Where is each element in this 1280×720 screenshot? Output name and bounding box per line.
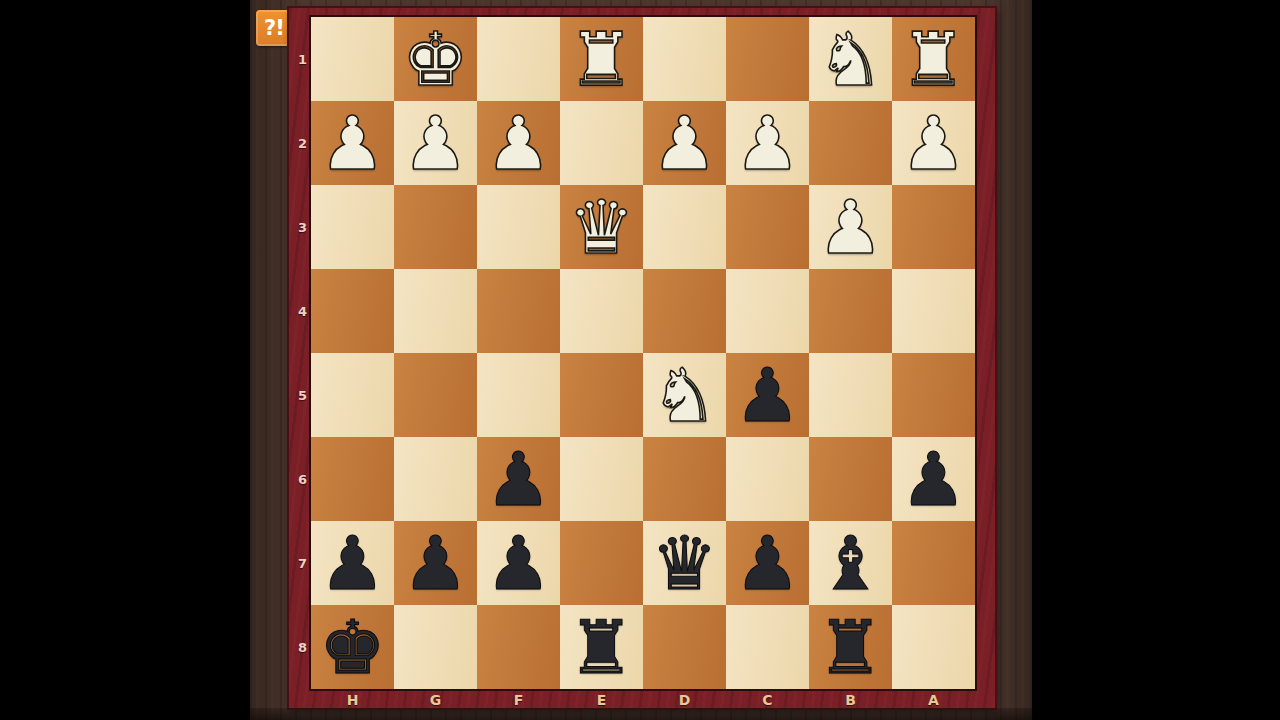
rank-label-6: 6 xyxy=(289,437,311,521)
square-c1[interactable] xyxy=(726,17,809,101)
square-g7[interactable]: ♟ xyxy=(394,521,477,605)
square-f4[interactable] xyxy=(477,269,560,353)
move-quality-badge: ?! xyxy=(256,10,292,46)
rank-label-2: 2 xyxy=(289,101,311,185)
square-a1[interactable]: ♜ xyxy=(892,17,975,101)
piece-black-pawn: ♟ xyxy=(319,521,385,605)
square-h6[interactable] xyxy=(311,437,394,521)
square-a3[interactable] xyxy=(892,185,975,269)
piece-white-rook: ♜ xyxy=(900,17,966,101)
square-d2[interactable]: ♟ xyxy=(643,101,726,185)
piece-white-pawn: ♟ xyxy=(402,101,468,185)
square-b1[interactable]: ♞ xyxy=(809,17,892,101)
piece-white-pawn: ♟ xyxy=(817,185,883,269)
square-e2[interactable] xyxy=(560,101,643,185)
square-d4[interactable] xyxy=(643,269,726,353)
square-f7[interactable]: ♟ xyxy=(477,521,560,605)
square-h1[interactable] xyxy=(311,17,394,101)
piece-white-pawn: ♟ xyxy=(485,101,551,185)
square-a7[interactable] xyxy=(892,521,975,605)
square-e6[interactable] xyxy=(560,437,643,521)
piece-black-bishop: ♝ xyxy=(817,521,883,605)
rank-label-8: 8 xyxy=(289,605,311,689)
square-h5[interactable] xyxy=(311,353,394,437)
file-label-d: D xyxy=(643,691,726,708)
square-d7[interactable]: ♛ xyxy=(643,521,726,605)
square-g4[interactable] xyxy=(394,269,477,353)
dubious-move-icon: ?! xyxy=(264,16,284,40)
square-g5[interactable] xyxy=(394,353,477,437)
square-f2[interactable]: ♟ xyxy=(477,101,560,185)
piece-black-pawn: ♟ xyxy=(485,521,551,605)
file-label-g: G xyxy=(394,691,477,708)
rank-label-3: 3 xyxy=(289,185,311,269)
piece-white-king: ♚ xyxy=(402,17,468,101)
wood-table-background: ?! 12345678 ♚♜♞♜♟♟♟♟♟♟♛♟♞♟♟♟♟♟♟♛♟♝♚♜♜ HG… xyxy=(250,0,1032,720)
rank-label-7: 7 xyxy=(289,521,311,605)
piece-white-rook: ♜ xyxy=(568,17,634,101)
square-f6[interactable]: ♟ xyxy=(477,437,560,521)
square-h8[interactable]: ♚ xyxy=(311,605,394,689)
square-c3[interactable] xyxy=(726,185,809,269)
square-g2[interactable]: ♟ xyxy=(394,101,477,185)
square-a5[interactable] xyxy=(892,353,975,437)
piece-black-pawn: ♟ xyxy=(734,521,800,605)
rank-label-4: 4 xyxy=(289,269,311,353)
file-label-a: A xyxy=(892,691,975,708)
square-d5[interactable]: ♞ xyxy=(643,353,726,437)
square-g6[interactable] xyxy=(394,437,477,521)
square-c2[interactable]: ♟ xyxy=(726,101,809,185)
rank-labels: 12345678 xyxy=(289,17,311,689)
square-e8[interactable]: ♜ xyxy=(560,605,643,689)
square-e4[interactable] xyxy=(560,269,643,353)
square-g1[interactable]: ♚ xyxy=(394,17,477,101)
square-b4[interactable] xyxy=(809,269,892,353)
piece-black-pawn: ♟ xyxy=(900,437,966,521)
file-label-h: H xyxy=(311,691,394,708)
square-b5[interactable] xyxy=(809,353,892,437)
square-e3[interactable]: ♛ xyxy=(560,185,643,269)
chessboard-frame: 12345678 ♚♜♞♜♟♟♟♟♟♟♛♟♞♟♟♟♟♟♟♛♟♝♚♜♜ HGFED… xyxy=(289,8,995,708)
square-e1[interactable]: ♜ xyxy=(560,17,643,101)
square-f1[interactable] xyxy=(477,17,560,101)
square-c8[interactable] xyxy=(726,605,809,689)
square-b3[interactable]: ♟ xyxy=(809,185,892,269)
square-f3[interactable] xyxy=(477,185,560,269)
file-labels: HGFEDCBA xyxy=(311,691,975,708)
square-d6[interactable] xyxy=(643,437,726,521)
square-b8[interactable]: ♜ xyxy=(809,605,892,689)
piece-white-pawn: ♟ xyxy=(734,101,800,185)
piece-white-pawn: ♟ xyxy=(651,101,717,185)
piece-white-queen: ♛ xyxy=(568,185,634,269)
rank-label-5: 5 xyxy=(289,353,311,437)
piece-black-pawn: ♟ xyxy=(485,437,551,521)
file-label-c: C xyxy=(726,691,809,708)
square-d3[interactable] xyxy=(643,185,726,269)
piece-black-rook: ♜ xyxy=(568,605,634,689)
piece-black-rook: ♜ xyxy=(817,605,883,689)
square-f5[interactable] xyxy=(477,353,560,437)
square-a8[interactable] xyxy=(892,605,975,689)
square-g3[interactable] xyxy=(394,185,477,269)
file-label-e: E xyxy=(560,691,643,708)
square-c6[interactable] xyxy=(726,437,809,521)
square-c4[interactable] xyxy=(726,269,809,353)
piece-white-knight: ♞ xyxy=(651,353,717,437)
chessboard: ♚♜♞♜♟♟♟♟♟♟♛♟♞♟♟♟♟♟♟♛♟♝♚♜♜ xyxy=(311,17,975,689)
piece-white-pawn: ♟ xyxy=(900,101,966,185)
square-h3[interactable] xyxy=(311,185,394,269)
piece-black-pawn: ♟ xyxy=(734,353,800,437)
square-h4[interactable] xyxy=(311,269,394,353)
piece-black-queen: ♛ xyxy=(651,521,717,605)
square-e5[interactable] xyxy=(560,353,643,437)
square-f8[interactable] xyxy=(477,605,560,689)
square-e7[interactable] xyxy=(560,521,643,605)
square-h2[interactable]: ♟ xyxy=(311,101,394,185)
file-label-f: F xyxy=(477,691,560,708)
square-b7[interactable]: ♝ xyxy=(809,521,892,605)
file-label-b: B xyxy=(809,691,892,708)
letterboxed-video-frame: ?! 12345678 ♚♜♞♜♟♟♟♟♟♟♛♟♞♟♟♟♟♟♟♛♟♝♚♜♜ HG… xyxy=(0,0,1280,720)
square-b2[interactable] xyxy=(809,101,892,185)
square-a4[interactable] xyxy=(892,269,975,353)
piece-white-pawn: ♟ xyxy=(319,101,385,185)
square-a6[interactable]: ♟ xyxy=(892,437,975,521)
rank-label-1: 1 xyxy=(289,17,311,101)
square-c5[interactable]: ♟ xyxy=(726,353,809,437)
square-h7[interactable]: ♟ xyxy=(311,521,394,605)
square-a2[interactable]: ♟ xyxy=(892,101,975,185)
piece-black-king: ♚ xyxy=(319,605,385,689)
square-b6[interactable] xyxy=(809,437,892,521)
square-d1[interactable] xyxy=(643,17,726,101)
piece-black-pawn: ♟ xyxy=(402,521,468,605)
piece-white-knight: ♞ xyxy=(817,17,883,101)
square-g8[interactable] xyxy=(394,605,477,689)
square-c7[interactable]: ♟ xyxy=(726,521,809,605)
square-d8[interactable] xyxy=(643,605,726,689)
